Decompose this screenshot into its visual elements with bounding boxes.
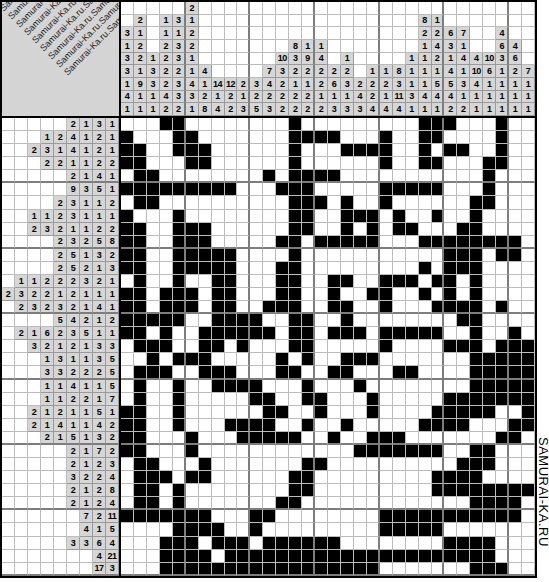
empty-cell[interactable] xyxy=(496,445,509,458)
filled-cell[interactable] xyxy=(134,275,147,288)
empty-cell[interactable] xyxy=(315,157,328,170)
empty-cell[interactable] xyxy=(328,471,341,484)
filled-cell[interactable] xyxy=(522,380,535,393)
filled-cell[interactable] xyxy=(186,550,199,563)
filled-cell[interactable] xyxy=(289,327,302,340)
empty-cell[interactable] xyxy=(354,118,367,131)
filled-cell[interactable] xyxy=(212,275,225,288)
empty-cell[interactable] xyxy=(237,366,250,379)
filled-cell[interactable] xyxy=(186,144,199,157)
empty-cell[interactable] xyxy=(147,550,160,563)
empty-cell[interactable] xyxy=(212,353,225,366)
filled-cell[interactable] xyxy=(483,236,496,249)
empty-cell[interactable] xyxy=(302,445,315,458)
empty-cell[interactable] xyxy=(419,249,432,262)
filled-cell[interactable] xyxy=(444,484,457,497)
filled-cell[interactable] xyxy=(419,288,432,301)
empty-cell[interactable] xyxy=(276,471,289,484)
filled-cell[interactable] xyxy=(199,157,212,170)
empty-cell[interactable] xyxy=(367,262,380,275)
filled-cell[interactable] xyxy=(393,223,406,236)
filled-cell[interactable] xyxy=(406,223,419,236)
empty-cell[interactable] xyxy=(315,432,328,445)
empty-cell[interactable] xyxy=(302,262,315,275)
filled-cell[interactable] xyxy=(121,432,134,445)
empty-cell[interactable] xyxy=(432,196,445,209)
empty-cell[interactable] xyxy=(444,223,457,236)
filled-cell[interactable] xyxy=(315,170,328,183)
filled-cell[interactable] xyxy=(160,550,173,563)
empty-cell[interactable] xyxy=(509,157,522,170)
empty-cell[interactable] xyxy=(406,157,419,170)
empty-cell[interactable] xyxy=(457,210,470,223)
filled-cell[interactable] xyxy=(457,393,470,406)
empty-cell[interactable] xyxy=(444,157,457,170)
filled-cell[interactable] xyxy=(444,262,457,275)
empty-cell[interactable] xyxy=(457,380,470,393)
filled-cell[interactable] xyxy=(289,183,302,196)
filled-cell[interactable] xyxy=(276,497,289,510)
empty-cell[interactable] xyxy=(328,497,341,510)
empty-cell[interactable] xyxy=(147,523,160,536)
empty-cell[interactable] xyxy=(160,236,173,249)
filled-cell[interactable] xyxy=(263,406,276,419)
filled-cell[interactable] xyxy=(134,144,147,157)
empty-cell[interactable] xyxy=(380,366,393,379)
empty-cell[interactable] xyxy=(367,301,380,314)
empty-cell[interactable] xyxy=(367,419,380,432)
filled-cell[interactable] xyxy=(393,510,406,523)
filled-cell[interactable] xyxy=(509,393,522,406)
filled-cell[interactable] xyxy=(470,497,483,510)
filled-cell[interactable] xyxy=(250,314,263,327)
empty-cell[interactable] xyxy=(367,484,380,497)
empty-cell[interactable] xyxy=(147,236,160,249)
empty-cell[interactable] xyxy=(147,262,160,275)
filled-cell[interactable] xyxy=(186,537,199,550)
filled-cell[interactable] xyxy=(263,510,276,523)
empty-cell[interactable] xyxy=(393,288,406,301)
filled-cell[interactable] xyxy=(263,432,276,445)
filled-cell[interactable] xyxy=(509,366,522,379)
empty-cell[interactable] xyxy=(367,497,380,510)
empty-cell[interactable] xyxy=(121,118,134,131)
filled-cell[interactable] xyxy=(380,550,393,563)
empty-cell[interactable] xyxy=(393,537,406,550)
empty-cell[interactable] xyxy=(250,170,263,183)
filled-cell[interactable] xyxy=(483,183,496,196)
empty-cell[interactable] xyxy=(212,406,225,419)
filled-cell[interactable] xyxy=(199,366,212,379)
filled-cell[interactable] xyxy=(134,183,147,196)
empty-cell[interactable] xyxy=(225,157,238,170)
filled-cell[interactable] xyxy=(315,550,328,563)
filled-cell[interactable] xyxy=(186,510,199,523)
empty-cell[interactable] xyxy=(341,262,354,275)
empty-cell[interactable] xyxy=(496,537,509,550)
empty-cell[interactable] xyxy=(444,131,457,144)
empty-cell[interactable] xyxy=(380,236,393,249)
empty-cell[interactable] xyxy=(263,236,276,249)
empty-cell[interactable] xyxy=(237,249,250,262)
filled-cell[interactable] xyxy=(496,118,509,131)
empty-cell[interactable] xyxy=(328,144,341,157)
filled-cell[interactable] xyxy=(509,484,522,497)
filled-cell[interactable] xyxy=(444,510,457,523)
empty-cell[interactable] xyxy=(432,249,445,262)
empty-cell[interactable] xyxy=(470,419,483,432)
filled-cell[interactable] xyxy=(186,563,199,576)
empty-cell[interactable] xyxy=(406,406,419,419)
empty-cell[interactable] xyxy=(328,510,341,523)
filled-cell[interactable] xyxy=(367,236,380,249)
empty-cell[interactable] xyxy=(173,432,186,445)
filled-cell[interactable] xyxy=(341,314,354,327)
empty-cell[interactable] xyxy=(237,288,250,301)
filled-cell[interactable] xyxy=(225,314,238,327)
filled-cell[interactable] xyxy=(457,510,470,523)
filled-cell[interactable] xyxy=(341,550,354,563)
empty-cell[interactable] xyxy=(406,210,419,223)
filled-cell[interactable] xyxy=(419,523,432,536)
filled-cell[interactable] xyxy=(341,275,354,288)
empty-cell[interactable] xyxy=(509,223,522,236)
filled-cell[interactable] xyxy=(406,183,419,196)
filled-cell[interactable] xyxy=(276,183,289,196)
empty-cell[interactable] xyxy=(250,366,263,379)
filled-cell[interactable] xyxy=(289,131,302,144)
empty-cell[interactable] xyxy=(302,366,315,379)
filled-cell[interactable] xyxy=(289,118,302,131)
filled-cell[interactable] xyxy=(289,196,302,209)
filled-cell[interactable] xyxy=(302,563,315,576)
empty-cell[interactable] xyxy=(367,196,380,209)
filled-cell[interactable] xyxy=(276,353,289,366)
filled-cell[interactable] xyxy=(173,393,186,406)
filled-cell[interactable] xyxy=(121,314,134,327)
filled-cell[interactable] xyxy=(406,366,419,379)
empty-cell[interactable] xyxy=(341,393,354,406)
empty-cell[interactable] xyxy=(121,353,134,366)
filled-cell[interactable] xyxy=(419,144,432,157)
filled-cell[interactable] xyxy=(380,275,393,288)
filled-cell[interactable] xyxy=(496,484,509,497)
filled-cell[interactable] xyxy=(134,340,147,353)
empty-cell[interactable] xyxy=(160,131,173,144)
filled-cell[interactable] xyxy=(367,288,380,301)
filled-cell[interactable] xyxy=(496,393,509,406)
filled-cell[interactable] xyxy=(367,563,380,576)
filled-cell[interactable] xyxy=(302,327,315,340)
filled-cell[interactable] xyxy=(457,236,470,249)
filled-cell[interactable] xyxy=(302,353,315,366)
filled-cell[interactable] xyxy=(406,275,419,288)
filled-cell[interactable] xyxy=(289,210,302,223)
empty-cell[interactable] xyxy=(419,170,432,183)
filled-cell[interactable] xyxy=(134,249,147,262)
empty-cell[interactable] xyxy=(509,537,522,550)
empty-cell[interactable] xyxy=(263,353,276,366)
empty-cell[interactable] xyxy=(341,510,354,523)
empty-cell[interactable] xyxy=(509,523,522,536)
empty-cell[interactable] xyxy=(354,183,367,196)
empty-cell[interactable] xyxy=(522,275,535,288)
filled-cell[interactable] xyxy=(225,262,238,275)
empty-cell[interactable] xyxy=(250,406,263,419)
empty-cell[interactable] xyxy=(432,288,445,301)
empty-cell[interactable] xyxy=(393,497,406,510)
filled-cell[interactable] xyxy=(147,366,160,379)
empty-cell[interactable] xyxy=(496,406,509,419)
empty-cell[interactable] xyxy=(406,249,419,262)
filled-cell[interactable] xyxy=(199,236,212,249)
filled-cell[interactable] xyxy=(496,353,509,366)
empty-cell[interactable] xyxy=(341,170,354,183)
empty-cell[interactable] xyxy=(483,419,496,432)
empty-cell[interactable] xyxy=(276,458,289,471)
empty-cell[interactable] xyxy=(212,484,225,497)
filled-cell[interactable] xyxy=(444,406,457,419)
filled-cell[interactable] xyxy=(134,157,147,170)
empty-cell[interactable] xyxy=(367,523,380,536)
empty-cell[interactable] xyxy=(328,445,341,458)
filled-cell[interactable] xyxy=(263,393,276,406)
filled-cell[interactable] xyxy=(263,563,276,576)
empty-cell[interactable] xyxy=(406,236,419,249)
empty-cell[interactable] xyxy=(419,563,432,576)
filled-cell[interactable] xyxy=(328,301,341,314)
empty-cell[interactable] xyxy=(225,353,238,366)
filled-cell[interactable] xyxy=(160,471,173,484)
filled-cell[interactable] xyxy=(315,131,328,144)
empty-cell[interactable] xyxy=(315,210,328,223)
empty-cell[interactable] xyxy=(380,118,393,131)
empty-cell[interactable] xyxy=(393,353,406,366)
filled-cell[interactable] xyxy=(134,484,147,497)
empty-cell[interactable] xyxy=(457,170,470,183)
empty-cell[interactable] xyxy=(225,471,238,484)
filled-cell[interactable] xyxy=(354,380,367,393)
empty-cell[interactable] xyxy=(367,537,380,550)
filled-cell[interactable] xyxy=(470,484,483,497)
filled-cell[interactable] xyxy=(134,236,147,249)
empty-cell[interactable] xyxy=(406,196,419,209)
filled-cell[interactable] xyxy=(225,301,238,314)
empty-cell[interactable] xyxy=(212,131,225,144)
empty-cell[interactable] xyxy=(354,340,367,353)
empty-cell[interactable] xyxy=(315,262,328,275)
filled-cell[interactable] xyxy=(147,170,160,183)
filled-cell[interactable] xyxy=(302,170,315,183)
filled-cell[interactable] xyxy=(121,183,134,196)
empty-cell[interactable] xyxy=(367,157,380,170)
empty-cell[interactable] xyxy=(225,393,238,406)
filled-cell[interactable] xyxy=(470,196,483,209)
empty-cell[interactable] xyxy=(276,118,289,131)
empty-cell[interactable] xyxy=(432,380,445,393)
empty-cell[interactable] xyxy=(263,445,276,458)
filled-cell[interactable] xyxy=(496,157,509,170)
empty-cell[interactable] xyxy=(406,314,419,327)
empty-cell[interactable] xyxy=(457,497,470,510)
empty-cell[interactable] xyxy=(328,223,341,236)
empty-cell[interactable] xyxy=(237,157,250,170)
empty-cell[interactable] xyxy=(121,537,134,550)
filled-cell[interactable] xyxy=(380,157,393,170)
empty-cell[interactable] xyxy=(315,118,328,131)
empty-cell[interactable] xyxy=(432,497,445,510)
filled-cell[interactable] xyxy=(419,327,432,340)
filled-cell[interactable] xyxy=(237,327,250,340)
filled-cell[interactable] xyxy=(380,183,393,196)
empty-cell[interactable] xyxy=(315,353,328,366)
filled-cell[interactable] xyxy=(315,458,328,471)
filled-cell[interactable] xyxy=(173,288,186,301)
filled-cell[interactable] xyxy=(457,406,470,419)
filled-cell[interactable] xyxy=(470,262,483,275)
filled-cell[interactable] xyxy=(432,183,445,196)
empty-cell[interactable] xyxy=(212,497,225,510)
filled-cell[interactable] xyxy=(380,144,393,157)
filled-cell[interactable] xyxy=(470,210,483,223)
empty-cell[interactable] xyxy=(380,170,393,183)
filled-cell[interactable] xyxy=(237,432,250,445)
filled-cell[interactable] xyxy=(263,170,276,183)
empty-cell[interactable] xyxy=(496,275,509,288)
filled-cell[interactable] xyxy=(121,288,134,301)
filled-cell[interactable] xyxy=(160,366,173,379)
empty-cell[interactable] xyxy=(250,288,263,301)
empty-cell[interactable] xyxy=(419,275,432,288)
empty-cell[interactable] xyxy=(121,170,134,183)
filled-cell[interactable] xyxy=(134,196,147,209)
filled-cell[interactable] xyxy=(483,366,496,379)
filled-cell[interactable] xyxy=(393,366,406,379)
empty-cell[interactable] xyxy=(470,183,483,196)
empty-cell[interactable] xyxy=(225,484,238,497)
empty-cell[interactable] xyxy=(432,458,445,471)
empty-cell[interactable] xyxy=(341,471,354,484)
empty-cell[interactable] xyxy=(263,275,276,288)
filled-cell[interactable] xyxy=(470,353,483,366)
filled-cell[interactable] xyxy=(212,183,225,196)
empty-cell[interactable] xyxy=(121,380,134,393)
empty-cell[interactable] xyxy=(457,118,470,131)
empty-cell[interactable] xyxy=(432,144,445,157)
filled-cell[interactable] xyxy=(470,249,483,262)
empty-cell[interactable] xyxy=(522,131,535,144)
filled-cell[interactable] xyxy=(354,236,367,249)
empty-cell[interactable] xyxy=(419,210,432,223)
filled-cell[interactable] xyxy=(380,327,393,340)
filled-cell[interactable] xyxy=(173,249,186,262)
empty-cell[interactable] xyxy=(237,262,250,275)
empty-cell[interactable] xyxy=(509,275,522,288)
filled-cell[interactable] xyxy=(263,537,276,550)
filled-cell[interactable] xyxy=(250,380,263,393)
empty-cell[interactable] xyxy=(173,458,186,471)
empty-cell[interactable] xyxy=(354,458,367,471)
empty-cell[interactable] xyxy=(522,458,535,471)
filled-cell[interactable] xyxy=(406,445,419,458)
empty-cell[interactable] xyxy=(496,288,509,301)
empty-cell[interactable] xyxy=(341,288,354,301)
empty-cell[interactable] xyxy=(263,144,276,157)
empty-cell[interactable] xyxy=(289,458,302,471)
empty-cell[interactable] xyxy=(509,458,522,471)
filled-cell[interactable] xyxy=(134,445,147,458)
filled-cell[interactable] xyxy=(380,131,393,144)
empty-cell[interactable] xyxy=(367,118,380,131)
empty-cell[interactable] xyxy=(250,275,263,288)
empty-cell[interactable] xyxy=(457,275,470,288)
filled-cell[interactable] xyxy=(470,550,483,563)
empty-cell[interactable] xyxy=(354,393,367,406)
empty-cell[interactable] xyxy=(250,157,263,170)
filled-cell[interactable] xyxy=(134,262,147,275)
filled-cell[interactable] xyxy=(225,550,238,563)
filled-cell[interactable] xyxy=(483,393,496,406)
empty-cell[interactable] xyxy=(380,249,393,262)
filled-cell[interactable] xyxy=(444,537,457,550)
empty-cell[interactable] xyxy=(276,380,289,393)
empty-cell[interactable] xyxy=(147,210,160,223)
filled-cell[interactable] xyxy=(289,432,302,445)
empty-cell[interactable] xyxy=(328,393,341,406)
empty-cell[interactable] xyxy=(302,301,315,314)
empty-cell[interactable] xyxy=(380,484,393,497)
empty-cell[interactable] xyxy=(483,223,496,236)
empty-cell[interactable] xyxy=(522,563,535,576)
filled-cell[interactable] xyxy=(212,537,225,550)
empty-cell[interactable] xyxy=(186,366,199,379)
empty-cell[interactable] xyxy=(457,327,470,340)
filled-cell[interactable] xyxy=(367,353,380,366)
empty-cell[interactable] xyxy=(406,118,419,131)
filled-cell[interactable] xyxy=(134,471,147,484)
filled-cell[interactable] xyxy=(212,327,225,340)
filled-cell[interactable] xyxy=(237,314,250,327)
filled-cell[interactable] xyxy=(302,419,315,432)
filled-cell[interactable] xyxy=(522,366,535,379)
filled-cell[interactable] xyxy=(276,262,289,275)
filled-cell[interactable] xyxy=(470,223,483,236)
filled-cell[interactable] xyxy=(134,406,147,419)
empty-cell[interactable] xyxy=(406,497,419,510)
empty-cell[interactable] xyxy=(276,196,289,209)
empty-cell[interactable] xyxy=(199,380,212,393)
empty-cell[interactable] xyxy=(212,550,225,563)
filled-cell[interactable] xyxy=(496,144,509,157)
empty-cell[interactable] xyxy=(432,366,445,379)
empty-cell[interactable] xyxy=(315,288,328,301)
empty-cell[interactable] xyxy=(237,484,250,497)
empty-cell[interactable] xyxy=(199,445,212,458)
filled-cell[interactable] xyxy=(509,327,522,340)
filled-cell[interactable] xyxy=(444,301,457,314)
empty-cell[interactable] xyxy=(367,249,380,262)
filled-cell[interactable] xyxy=(302,131,315,144)
empty-cell[interactable] xyxy=(315,471,328,484)
filled-cell[interactable] xyxy=(173,144,186,157)
filled-cell[interactable] xyxy=(509,236,522,249)
empty-cell[interactable] xyxy=(147,118,160,131)
filled-cell[interactable] xyxy=(121,144,134,157)
empty-cell[interactable] xyxy=(302,406,315,419)
empty-cell[interactable] xyxy=(419,393,432,406)
filled-cell[interactable] xyxy=(173,550,186,563)
empty-cell[interactable] xyxy=(237,471,250,484)
